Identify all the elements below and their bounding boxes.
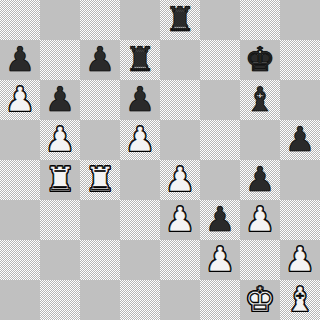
square-f1[interactable] [200,280,240,320]
square-b7[interactable] [40,40,80,80]
square-f6[interactable] [200,80,240,120]
square-f5[interactable] [200,120,240,160]
square-f8[interactable] [200,0,240,40]
square-e7[interactable] [160,40,200,80]
square-e2[interactable] [160,240,200,280]
square-h6[interactable] [280,80,320,120]
square-f4[interactable] [200,160,240,200]
black-bishop-icon[interactable]: ♝ [245,80,275,119]
square-h2[interactable]: ♟ [280,240,320,280]
square-c3[interactable] [80,200,120,240]
square-g7[interactable]: ♚ [240,40,280,80]
square-g3[interactable]: ♟ [240,200,280,240]
square-f7[interactable] [200,40,240,80]
black-pawn-icon[interactable]: ♟ [285,120,315,159]
black-pawn-icon[interactable]: ♟ [125,80,155,119]
square-h8[interactable] [280,0,320,40]
square-b3[interactable] [40,200,80,240]
square-c2[interactable] [80,240,120,280]
square-h5[interactable]: ♟ [280,120,320,160]
square-a7[interactable]: ♟ [0,40,40,80]
white-pawn-icon[interactable]: ♟ [165,200,195,239]
square-d8[interactable] [120,0,160,40]
square-g4[interactable]: ♟ [240,160,280,200]
square-b4[interactable]: ♜ [40,160,80,200]
white-pawn-icon[interactable]: ♟ [165,160,195,199]
black-pawn-icon[interactable]: ♟ [85,40,115,79]
chess-board: ♜♟♟♜♚♟♟♟♝♟♟♟♜♜♟♟♟♟♟♟♟♚♝ [0,0,320,320]
square-d3[interactable] [120,200,160,240]
square-d6[interactable]: ♟ [120,80,160,120]
square-b5[interactable]: ♟ [40,120,80,160]
black-pawn-icon[interactable]: ♟ [245,160,275,199]
square-h4[interactable] [280,160,320,200]
square-d5[interactable]: ♟ [120,120,160,160]
square-g2[interactable] [240,240,280,280]
square-h3[interactable] [280,200,320,240]
square-a2[interactable] [0,240,40,280]
square-c6[interactable] [80,80,120,120]
square-f2[interactable]: ♟ [200,240,240,280]
square-h7[interactable] [280,40,320,80]
square-a1[interactable] [0,280,40,320]
square-h1[interactable]: ♝ [280,280,320,320]
black-rook-icon[interactable]: ♜ [125,40,155,79]
square-c1[interactable] [80,280,120,320]
black-pawn-icon[interactable]: ♟ [205,200,235,239]
square-e6[interactable] [160,80,200,120]
square-f3[interactable]: ♟ [200,200,240,240]
white-pawn-icon[interactable]: ♟ [285,240,315,279]
square-e8[interactable]: ♜ [160,0,200,40]
white-rook-icon[interactable]: ♜ [45,160,75,199]
square-c8[interactable] [80,0,120,40]
square-a8[interactable] [0,0,40,40]
square-a6[interactable]: ♟ [0,80,40,120]
square-c7[interactable]: ♟ [80,40,120,80]
square-g5[interactable] [240,120,280,160]
square-e4[interactable]: ♟ [160,160,200,200]
black-pawn-icon[interactable]: ♟ [5,40,35,79]
square-b6[interactable]: ♟ [40,80,80,120]
square-e5[interactable] [160,120,200,160]
square-g1[interactable]: ♚ [240,280,280,320]
square-c5[interactable] [80,120,120,160]
square-a5[interactable] [0,120,40,160]
square-e1[interactable] [160,280,200,320]
white-pawn-icon[interactable]: ♟ [245,200,275,239]
black-rook-icon[interactable]: ♜ [165,0,195,39]
white-pawn-icon[interactable]: ♟ [5,80,35,119]
square-b1[interactable] [40,280,80,320]
white-pawn-icon[interactable]: ♟ [205,240,235,279]
black-pawn-icon[interactable]: ♟ [45,80,75,119]
square-d7[interactable]: ♜ [120,40,160,80]
square-d1[interactable] [120,280,160,320]
square-d2[interactable] [120,240,160,280]
square-d4[interactable] [120,160,160,200]
square-b8[interactable] [40,0,80,40]
square-g6[interactable]: ♝ [240,80,280,120]
white-king-icon[interactable]: ♚ [245,280,275,319]
square-a3[interactable] [0,200,40,240]
square-a4[interactable] [0,160,40,200]
square-e3[interactable]: ♟ [160,200,200,240]
black-king-icon[interactable]: ♚ [245,40,275,79]
white-rook-icon[interactable]: ♜ [85,160,115,199]
white-bishop-icon[interactable]: ♝ [285,280,315,319]
square-g8[interactable] [240,0,280,40]
white-pawn-icon[interactable]: ♟ [45,120,75,159]
white-pawn-icon[interactable]: ♟ [125,120,155,159]
square-b2[interactable] [40,240,80,280]
square-c4[interactable]: ♜ [80,160,120,200]
